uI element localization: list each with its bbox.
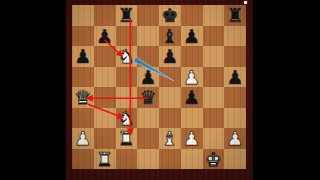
square-d1 (137, 149, 159, 170)
square-b1: ♜ (94, 149, 116, 170)
white-pawn-h2: ♟ (227, 128, 244, 149)
square-f8 (181, 5, 203, 26)
white-pawn-a2: ♟ (74, 128, 91, 149)
board-grid: ♜♚♜♟♝♟♟♞♟♟♟♟♛♛♟♞♟♜♝♟♟♜♚ (72, 5, 246, 169)
square-a1 (72, 149, 94, 170)
square-g1: ♚ (203, 149, 225, 170)
black-bishop-e7: ♝ (161, 26, 178, 47)
square-a4: ♛ (72, 87, 94, 108)
square-e3 (159, 108, 181, 129)
square-d6 (137, 46, 159, 67)
square-b7: ♟ (94, 26, 116, 47)
black-pawn-f4: ♟ (183, 87, 200, 108)
square-b4 (94, 87, 116, 108)
black-pawn-h5: ♟ (227, 67, 244, 88)
square-h4 (224, 87, 246, 108)
square-a8 (72, 5, 94, 26)
square-e8: ♚ (159, 5, 181, 26)
square-f7: ♟ (181, 26, 203, 47)
square-d8 (137, 5, 159, 26)
square-d7 (137, 26, 159, 47)
black-pawn-b7: ♟ (96, 26, 113, 47)
white-knight-c3: ♞ (118, 108, 135, 129)
white-pawn-f5: ♟ (183, 67, 200, 88)
square-c2: ♜ (116, 128, 138, 149)
square-b3 (94, 108, 116, 129)
square-c8: ♜ (116, 5, 138, 26)
square-e2: ♝ (159, 128, 181, 149)
white-knight-c6: ♞ (118, 46, 135, 67)
white-rook-b1: ♜ (96, 149, 113, 170)
square-a5 (72, 67, 94, 88)
black-king-e8: ♚ (161, 5, 178, 26)
square-g2 (203, 128, 225, 149)
letterbox-left (0, 0, 66, 180)
square-c7 (116, 26, 138, 47)
black-rook-h8: ♜ (227, 5, 244, 26)
square-b5 (94, 67, 116, 88)
square-e1 (159, 149, 181, 170)
black-pawn-a6: ♟ (74, 46, 91, 67)
chess-board: ♜♚♜♟♝♟♟♞♟♟♟♟♛♛♟♞♟♜♝♟♟♜♚ (66, 0, 253, 180)
square-a6: ♟ (72, 46, 94, 67)
square-c4 (116, 87, 138, 108)
black-pawn-f7: ♟ (183, 26, 200, 47)
square-g7 (203, 26, 225, 47)
square-g5 (203, 67, 225, 88)
square-a2: ♟ (72, 128, 94, 149)
square-h2: ♟ (224, 128, 246, 149)
watermark-dot (244, 1, 247, 4)
square-f1 (181, 149, 203, 170)
square-d2 (137, 128, 159, 149)
square-a7 (72, 26, 94, 47)
square-b6 (94, 46, 116, 67)
square-c5 (116, 67, 138, 88)
square-e7: ♝ (159, 26, 181, 47)
square-c3: ♞ (116, 108, 138, 129)
square-e5 (159, 67, 181, 88)
square-c6: ♞ (116, 46, 138, 67)
letterbox-right (253, 0, 320, 180)
square-g8 (203, 5, 225, 26)
square-b2 (94, 128, 116, 149)
square-b8 (94, 5, 116, 26)
black-queen-d4: ♛ (140, 87, 157, 108)
square-d4: ♛ (137, 87, 159, 108)
square-h3 (224, 108, 246, 129)
square-e4 (159, 87, 181, 108)
white-king-g1: ♚ (205, 149, 222, 170)
square-g6 (203, 46, 225, 67)
black-pawn-d5: ♟ (140, 67, 157, 88)
black-pawn-e6: ♟ (161, 46, 178, 67)
square-h5: ♟ (224, 67, 246, 88)
square-f2: ♟ (181, 128, 203, 149)
square-g4 (203, 87, 225, 108)
square-d5: ♟ (137, 67, 159, 88)
square-f5: ♟ (181, 67, 203, 88)
square-h1 (224, 149, 246, 170)
square-f6 (181, 46, 203, 67)
white-pawn-f2: ♟ (183, 128, 200, 149)
white-queen-a4: ♛ (74, 87, 91, 108)
square-g3 (203, 108, 225, 129)
white-rook-c2: ♜ (118, 128, 135, 149)
square-e6: ♟ (159, 46, 181, 67)
white-bishop-e2: ♝ (161, 128, 178, 149)
square-h6 (224, 46, 246, 67)
video-frame: ♜♚♜♟♝♟♟♞♟♟♟♟♛♛♟♞♟♜♝♟♟♜♚ (0, 0, 320, 180)
black-rook-c8: ♜ (118, 5, 135, 26)
square-h8: ♜ (224, 5, 246, 26)
square-f4: ♟ (181, 87, 203, 108)
square-a3 (72, 108, 94, 129)
square-h7 (224, 26, 246, 47)
square-d3 (137, 108, 159, 129)
square-f3 (181, 108, 203, 129)
square-c1 (116, 149, 138, 170)
